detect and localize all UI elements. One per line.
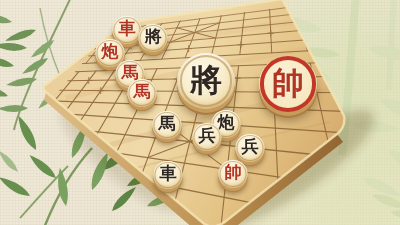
piece-ring: 帥 bbox=[220, 161, 246, 187]
piece-ring: 車 bbox=[114, 17, 140, 43]
piece-glyph: 將 bbox=[144, 28, 161, 45]
piece-馬-black[interactable]: 馬 bbox=[153, 111, 182, 139]
piece-ring: 車 bbox=[155, 162, 181, 188]
piece-兵-black[interactable]: 兵 bbox=[193, 123, 222, 151]
piece-車-black[interactable]: 車 bbox=[154, 161, 183, 189]
red-ring: 帥 bbox=[260, 56, 317, 111]
piece-ring: 兵 bbox=[194, 124, 220, 150]
piece-glyph: 炮 bbox=[217, 114, 234, 131]
piece-將-black[interactable]: 將 bbox=[177, 53, 235, 109]
piece-glyph: 兵 bbox=[198, 127, 215, 144]
xiangqi-board bbox=[0, 0, 400, 225]
piece-ring: 將 bbox=[140, 25, 166, 51]
piece-帥-red[interactable]: 帥 bbox=[219, 160, 248, 188]
piece-ring: 將 bbox=[180, 55, 233, 106]
piece-ring: 兵 bbox=[237, 135, 263, 161]
piece-glyph: 帥 bbox=[224, 164, 241, 181]
piece-glyph: 帥 bbox=[272, 67, 304, 99]
piece-ring: 馬 bbox=[154, 112, 180, 138]
piece-glyph: 車 bbox=[118, 20, 135, 37]
piece-glyph: 車 bbox=[159, 165, 176, 182]
piece-glyph: 將 bbox=[190, 64, 222, 96]
piece-將-black[interactable]: 將 bbox=[139, 24, 168, 52]
piece-glyph: 馬 bbox=[133, 83, 150, 100]
piece-ring: 炮 bbox=[97, 40, 123, 66]
piece-兵-black[interactable]: 兵 bbox=[236, 134, 265, 162]
piece-ring: 馬 bbox=[129, 80, 155, 106]
piece-glyph: 兵 bbox=[241, 138, 258, 155]
xiangqi-promo-scene: 車將炮馬將帥馬炮馬兵兵帥車 bbox=[0, 0, 400, 225]
piece-glyph: 馬 bbox=[158, 115, 175, 132]
piece-帥-red[interactable]: 帥 bbox=[259, 56, 317, 112]
piece-glyph: 炮 bbox=[101, 43, 118, 60]
piece-馬-red[interactable]: 馬 bbox=[128, 79, 157, 107]
